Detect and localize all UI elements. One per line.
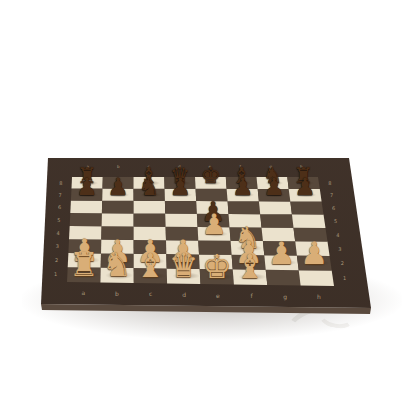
piece-white-pawn-e4: ♟ xyxy=(201,211,226,239)
piece-white-bishop-c1: ♝ xyxy=(136,249,166,282)
piece-white-knight-b1: ♞ xyxy=(102,248,132,281)
piece-black-pawn-a7: ♟ xyxy=(76,175,98,199)
piece-black-knight-c7: ♞ xyxy=(138,175,160,199)
piece-black-pawn-b7: ♟ xyxy=(107,175,129,199)
piece-black-pawn-f7: ♟ xyxy=(232,175,254,199)
piece-black-pawn-h7: ♟ xyxy=(294,176,316,200)
piece-black-king-e8: ♚ xyxy=(201,165,221,187)
piece-white-queen-d1: ♛ xyxy=(169,249,199,282)
pieces-layer: ♜♝♛♚♝♞♜♟♟♞♟♟♟♟♟♟♞♟♟♟♟♟♟♟♜♞♝♛♚♝ xyxy=(0,0,416,416)
piece-white-king-e1: ♚ xyxy=(202,250,232,283)
chessboard-product-photo: aabbccddeeffgghh1122334455667788 ♜♝♛♚♝♞♜… xyxy=(0,0,416,416)
piece-black-pawn-d7: ♟ xyxy=(170,175,192,199)
piece-white-pawn-g2: ♟ xyxy=(268,237,296,268)
piece-white-bishop-f1: ♝ xyxy=(235,250,265,283)
piece-black-pawn-g7: ♟ xyxy=(263,175,285,199)
piece-white-rook-a1: ♜ xyxy=(69,248,99,281)
piece-white-pawn-h2: ♟ xyxy=(300,238,328,269)
